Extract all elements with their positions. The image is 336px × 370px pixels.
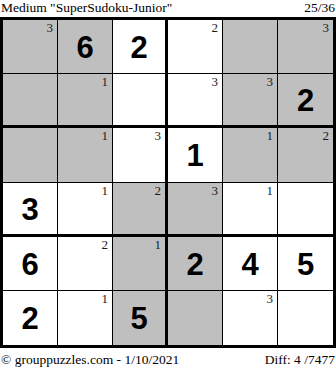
pencil-mark: 1 — [102, 75, 109, 89]
pencil-mark: 2 — [212, 21, 219, 35]
progress-counter: 25/36 — [304, 1, 335, 15]
cell-r6c6[interactable] — [278, 291, 333, 345]
cell-r3c5[interactable]: 1 — [223, 128, 278, 182]
pencil-mark: 2 — [323, 129, 330, 143]
cell-r6c1[interactable]: 2 — [3, 291, 58, 345]
cell-r6c4[interactable] — [168, 291, 223, 345]
pencil-mark: 3 — [212, 75, 219, 89]
pencil-mark: 1 — [102, 292, 109, 306]
cell-r2c5[interactable]: 3 — [223, 74, 278, 128]
cell-r4c1[interactable]: 3 — [3, 183, 58, 237]
puzzle-title: Medium "SuperSudoku-Junior" — [1, 1, 172, 15]
cell-r4c6[interactable] — [278, 183, 333, 237]
given-digit: 6 — [76, 32, 93, 63]
cell-r5c5[interactable]: 4 — [223, 237, 278, 291]
cell-r1c2[interactable]: 6 — [58, 20, 113, 74]
given-digit: 4 — [241, 249, 258, 280]
given-digit: 5 — [297, 249, 314, 280]
cell-r1c5[interactable] — [223, 20, 278, 74]
cell-r3c1[interactable] — [3, 128, 58, 182]
given-digit: 2 — [21, 303, 38, 334]
cell-r6c5[interactable]: 3 — [223, 291, 278, 345]
pencil-mark: 3 — [323, 21, 330, 35]
given-digit: 2 — [130, 32, 147, 63]
cell-r2c2[interactable]: 1 — [58, 74, 113, 128]
cell-r1c1[interactable]: 3 — [3, 20, 58, 74]
cell-r5c3[interactable]: 1 — [113, 237, 168, 291]
cell-r4c3[interactable]: 2 — [113, 183, 168, 237]
cell-r4c2[interactable]: 1 — [58, 183, 113, 237]
cell-r3c6[interactable]: 2 — [278, 128, 333, 182]
pencil-mark: 1 — [267, 184, 274, 198]
pencil-mark: 2 — [155, 184, 162, 198]
pencil-mark: 3 — [47, 21, 54, 35]
given-digit: 2 — [186, 249, 203, 280]
sudoku-board: 36223133213112312316212452153 — [0, 17, 336, 348]
cell-r5c6[interactable]: 5 — [278, 237, 333, 291]
cell-r5c2[interactable]: 2 — [58, 237, 113, 291]
cell-r6c3[interactable]: 5 — [113, 291, 168, 345]
pencil-mark: 3 — [212, 184, 219, 198]
copyright-text: © grouppuzzles.com - 1/10/2021 — [1, 353, 179, 367]
cell-r1c4[interactable]: 2 — [168, 20, 223, 74]
pencil-mark: 3 — [155, 129, 162, 143]
cell-r2c6[interactable]: 2 — [278, 74, 333, 128]
cell-r2c1[interactable] — [3, 74, 58, 128]
cell-r6c2[interactable]: 1 — [58, 291, 113, 345]
cell-r5c1[interactable]: 6 — [3, 237, 58, 291]
difficulty-text: Diff: 4 /7477 — [265, 353, 335, 367]
cell-r1c6[interactable]: 3 — [278, 20, 333, 74]
cell-r3c3[interactable]: 3 — [113, 128, 168, 182]
given-digit: 3 — [21, 194, 38, 225]
footer: © grouppuzzles.com - 1/10/2021 Diff: 4 /… — [0, 348, 336, 367]
pencil-mark: 1 — [102, 184, 109, 198]
cell-r2c4[interactable]: 3 — [168, 74, 223, 128]
cell-r4c4[interactable]: 3 — [168, 183, 223, 237]
given-digit: 5 — [130, 303, 147, 334]
cell-r1c3[interactable]: 2 — [113, 20, 168, 74]
pencil-mark: 3 — [267, 75, 274, 89]
cell-r2c3[interactable] — [113, 74, 168, 128]
pencil-mark: 2 — [102, 238, 109, 252]
pencil-mark: 1 — [155, 238, 162, 252]
cell-r4c5[interactable]: 1 — [223, 183, 278, 237]
pencil-mark: 3 — [267, 292, 274, 306]
puzzle-page: Medium "SuperSudoku-Junior" 25/36 362231… — [0, 0, 336, 370]
cell-r3c4[interactable]: 1 — [168, 128, 223, 182]
given-digit: 6 — [21, 249, 38, 280]
header: Medium "SuperSudoku-Junior" 25/36 — [0, 0, 336, 17]
pencil-mark: 1 — [102, 129, 109, 143]
given-digit: 1 — [186, 140, 203, 171]
pencil-mark: 1 — [267, 129, 274, 143]
cell-r5c4[interactable]: 2 — [168, 237, 223, 291]
given-digit: 2 — [297, 85, 314, 116]
cell-r3c2[interactable]: 1 — [58, 128, 113, 182]
